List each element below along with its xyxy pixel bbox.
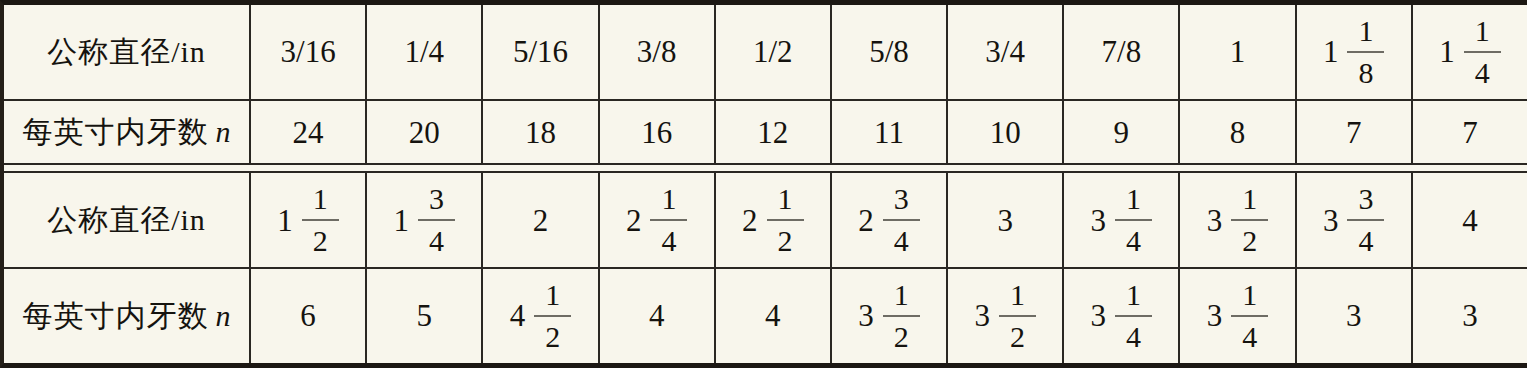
value-cell: 234 [830,173,946,267]
value-cell: 9 [1062,101,1178,163]
value-cell: 5/8 [830,5,946,99]
value-cell: 12 [714,101,830,163]
mixed-fraction: 112 [277,184,339,256]
mixed-fraction: 314 [1091,280,1153,352]
value-cell: 3 [1411,269,1527,363]
value-cell: 134 [365,173,481,267]
value-cell: 114 [1411,5,1527,99]
value-cell: 2 [481,173,597,267]
mixed-fraction: 312 [974,280,1036,352]
value-cell: 112 [249,173,365,267]
value-cell: 11 [830,101,946,163]
mixed-fraction: 134 [394,184,456,256]
value-cell: 24 [249,101,365,163]
value-cell: 314 [1062,269,1178,363]
value-cell: 7/8 [1062,5,1178,99]
value-cell: 5 [365,269,481,363]
mixed-fraction: 314 [1207,280,1269,352]
thread-table: 公称直径/in3/161/45/163/81/25/83/47/81118114… [0,0,1527,368]
mixed-fraction: 114 [1439,16,1501,88]
double-rule-divider [4,163,1527,173]
value-cell: 3 [1295,269,1411,363]
mixed-fraction: 234 [858,184,920,256]
value-cell: 334 [1295,173,1411,267]
value-cell: 18 [481,101,597,163]
value-cell: 7 [1295,101,1411,163]
value-cell: 214 [598,173,714,267]
value-cell: 4 [1411,173,1527,267]
value-cell: 212 [714,173,830,267]
value-cell: 20 [365,101,481,163]
value-cell: 1 [1178,5,1294,99]
value-cell: 3/16 [249,5,365,99]
value-cell: 1/4 [365,5,481,99]
value-cell: 3/8 [598,5,714,99]
value-cell: 118 [1295,5,1411,99]
table-row-diameter-upper: 公称直径/in3/161/45/163/81/25/83/47/81118114 [4,5,1527,99]
value-cell: 10 [946,101,1062,163]
row-label: 公称直径/in [4,173,249,267]
mixed-fraction: 214 [626,184,688,256]
mixed-fraction: 312 [1207,184,1269,256]
value-cell: 412 [481,269,597,363]
value-cell: 6 [249,269,365,363]
value-cell: 4 [714,269,830,363]
value-cell: 312 [1178,173,1294,267]
mixed-fraction: 212 [742,184,804,256]
value-cell: 7 [1411,101,1527,163]
mixed-fraction: 412 [510,280,572,352]
mixed-fraction: 314 [1091,184,1153,256]
table-row-diameter-lower: 公称直径/in112134221421223433143123344 [4,173,1527,267]
value-cell: 8 [1178,101,1294,163]
value-cell: 5/16 [481,5,597,99]
mixed-fraction: 334 [1323,184,1385,256]
value-cell: 4 [598,269,714,363]
table-row-threads-upper: 每英寸内牙数n242018161211109877 [4,99,1527,163]
table-row-threads-lower: 每英寸内牙数n654124431231231431433 [4,267,1527,363]
value-cell: 312 [946,269,1062,363]
row-label: 每英寸内牙数n [4,269,249,363]
value-cell: 16 [598,101,714,163]
row-label: 公称直径/in [4,5,249,99]
mixed-fraction: 312 [858,280,920,352]
value-cell: 3 [946,173,1062,267]
value-cell: 312 [830,269,946,363]
value-cell: 3/4 [946,5,1062,99]
value-cell: 314 [1178,269,1294,363]
value-cell: 314 [1062,173,1178,267]
mixed-fraction: 118 [1323,16,1385,88]
value-cell: 1/2 [714,5,830,99]
row-label: 每英寸内牙数n [4,101,249,163]
